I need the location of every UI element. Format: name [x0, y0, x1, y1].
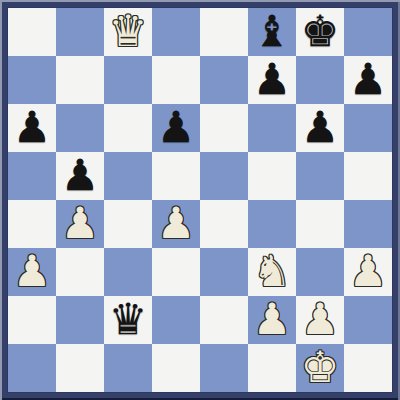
- piece-white-pawn[interactable]: ♟: [253, 295, 292, 343]
- square-g3[interactable]: [296, 248, 344, 296]
- square-h4[interactable]: [344, 200, 392, 248]
- square-b6[interactable]: [56, 104, 104, 152]
- square-f1[interactable]: [248, 344, 296, 392]
- square-a1[interactable]: [8, 344, 56, 392]
- square-h1[interactable]: [344, 344, 392, 392]
- chess-board: ♛♝♚♟♟♟♟♟♟♟♟♟♞♟♛♟♟♚: [8, 8, 392, 392]
- square-b2[interactable]: [56, 296, 104, 344]
- square-a6[interactable]: ♟: [8, 104, 56, 152]
- square-a2[interactable]: [8, 296, 56, 344]
- square-d6[interactable]: ♟: [152, 104, 200, 152]
- square-b1[interactable]: [56, 344, 104, 392]
- piece-black-pawn[interactable]: ♟: [349, 55, 388, 103]
- square-h2[interactable]: [344, 296, 392, 344]
- square-d5[interactable]: [152, 152, 200, 200]
- piece-black-pawn[interactable]: ♟: [253, 55, 292, 103]
- square-d1[interactable]: [152, 344, 200, 392]
- square-e6[interactable]: [200, 104, 248, 152]
- square-g7[interactable]: [296, 56, 344, 104]
- square-d8[interactable]: [152, 8, 200, 56]
- square-g1[interactable]: ♚: [296, 344, 344, 392]
- square-c3[interactable]: [104, 248, 152, 296]
- square-b3[interactable]: [56, 248, 104, 296]
- square-e1[interactable]: [200, 344, 248, 392]
- piece-black-bishop[interactable]: ♝: [253, 7, 292, 55]
- square-d7[interactable]: [152, 56, 200, 104]
- square-d2[interactable]: [152, 296, 200, 344]
- piece-white-pawn[interactable]: ♟: [13, 247, 52, 295]
- square-e5[interactable]: [200, 152, 248, 200]
- square-f7[interactable]: ♟: [248, 56, 296, 104]
- square-c7[interactable]: [104, 56, 152, 104]
- piece-black-pawn[interactable]: ♟: [61, 151, 100, 199]
- piece-white-queen[interactable]: ♛: [109, 7, 148, 55]
- square-b4[interactable]: ♟: [56, 200, 104, 248]
- square-f5[interactable]: [248, 152, 296, 200]
- piece-black-queen[interactable]: ♛: [109, 295, 148, 343]
- square-h7[interactable]: ♟: [344, 56, 392, 104]
- square-g5[interactable]: [296, 152, 344, 200]
- board-frame: ♛♝♚♟♟♟♟♟♟♟♟♟♞♟♛♟♟♚: [0, 0, 400, 400]
- square-b5[interactable]: ♟: [56, 152, 104, 200]
- piece-black-pawn[interactable]: ♟: [157, 103, 196, 151]
- piece-white-pawn[interactable]: ♟: [61, 199, 100, 247]
- square-b8[interactable]: [56, 8, 104, 56]
- square-c1[interactable]: [104, 344, 152, 392]
- square-a7[interactable]: [8, 56, 56, 104]
- piece-black-king[interactable]: ♚: [301, 7, 340, 55]
- square-e7[interactable]: [200, 56, 248, 104]
- square-a3[interactable]: ♟: [8, 248, 56, 296]
- square-e8[interactable]: [200, 8, 248, 56]
- square-h5[interactable]: [344, 152, 392, 200]
- square-a8[interactable]: [8, 8, 56, 56]
- piece-white-pawn[interactable]: ♟: [301, 295, 340, 343]
- square-c2[interactable]: ♛: [104, 296, 152, 344]
- square-g4[interactable]: [296, 200, 344, 248]
- square-e3[interactable]: [200, 248, 248, 296]
- square-h8[interactable]: [344, 8, 392, 56]
- square-b7[interactable]: [56, 56, 104, 104]
- piece-black-pawn[interactable]: ♟: [301, 103, 340, 151]
- square-g8[interactable]: ♚: [296, 8, 344, 56]
- square-g2[interactable]: ♟: [296, 296, 344, 344]
- square-f3[interactable]: ♞: [248, 248, 296, 296]
- square-a5[interactable]: [8, 152, 56, 200]
- piece-white-knight[interactable]: ♞: [253, 247, 292, 295]
- square-c4[interactable]: [104, 200, 152, 248]
- square-e2[interactable]: [200, 296, 248, 344]
- square-d4[interactable]: ♟: [152, 200, 200, 248]
- square-g6[interactable]: ♟: [296, 104, 344, 152]
- square-h6[interactable]: [344, 104, 392, 152]
- square-f6[interactable]: [248, 104, 296, 152]
- square-c8[interactable]: ♛: [104, 8, 152, 56]
- square-f4[interactable]: [248, 200, 296, 248]
- square-f2[interactable]: ♟: [248, 296, 296, 344]
- piece-white-king[interactable]: ♚: [301, 343, 340, 391]
- square-e4[interactable]: [200, 200, 248, 248]
- square-f8[interactable]: ♝: [248, 8, 296, 56]
- piece-white-pawn[interactable]: ♟: [349, 247, 388, 295]
- square-c6[interactable]: [104, 104, 152, 152]
- square-h3[interactable]: ♟: [344, 248, 392, 296]
- square-a4[interactable]: [8, 200, 56, 248]
- piece-white-pawn[interactable]: ♟: [157, 199, 196, 247]
- square-d3[interactable]: [152, 248, 200, 296]
- piece-black-pawn[interactable]: ♟: [13, 103, 52, 151]
- square-c5[interactable]: [104, 152, 152, 200]
